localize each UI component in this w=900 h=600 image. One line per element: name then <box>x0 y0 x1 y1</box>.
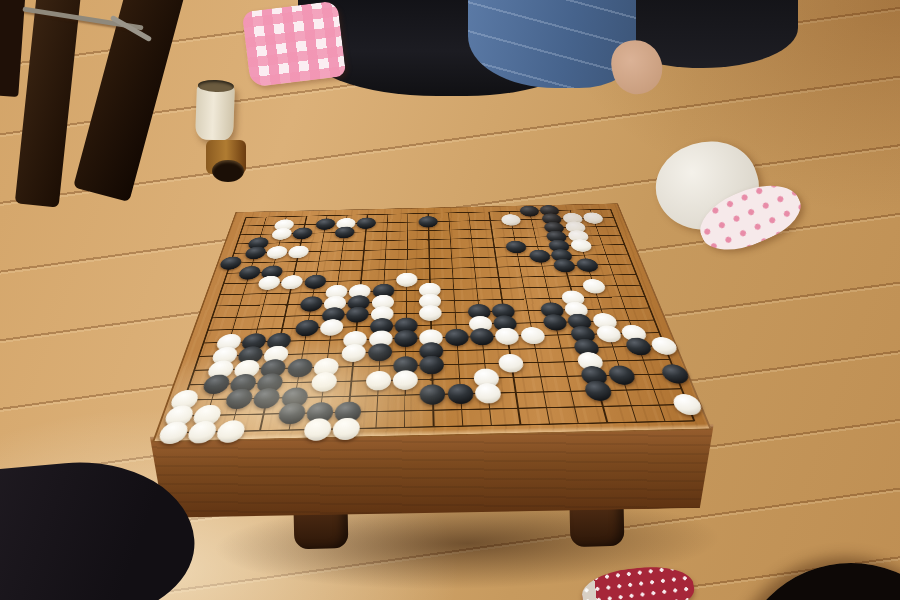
black-stone <box>292 227 314 239</box>
white-stone <box>287 245 310 258</box>
black-stone <box>224 389 255 410</box>
black-stone <box>447 384 474 405</box>
white-stone <box>271 228 293 240</box>
white-stone <box>341 344 367 362</box>
black-stone <box>419 216 438 228</box>
white-stone <box>265 246 288 259</box>
black-stone <box>505 241 527 254</box>
white-stone <box>520 327 547 344</box>
star-point <box>427 239 431 241</box>
white-stone <box>393 370 418 390</box>
black-stone <box>252 388 282 409</box>
white-stone <box>280 275 304 289</box>
white-stone <box>581 279 607 294</box>
white-stone <box>185 421 218 444</box>
white-stone <box>671 394 705 416</box>
black-stone <box>420 384 446 405</box>
white-stone <box>396 272 417 286</box>
white-stone <box>365 371 391 391</box>
black-stone <box>660 364 692 384</box>
black-stone <box>394 330 418 348</box>
white-stone <box>215 420 247 443</box>
white-stone <box>569 239 593 252</box>
black-stone <box>303 275 327 289</box>
white-stone <box>495 327 521 344</box>
white-stone <box>475 383 503 404</box>
star-point <box>285 303 290 305</box>
black-stone <box>244 246 268 259</box>
black-stone <box>445 329 469 346</box>
black-stone <box>294 320 320 337</box>
white-stone <box>319 319 344 336</box>
black-stone <box>346 307 370 323</box>
white-stone <box>257 276 282 290</box>
star-point <box>299 242 303 244</box>
white-stone <box>310 372 338 392</box>
black-stone <box>606 365 637 385</box>
black-stone <box>286 358 314 377</box>
black-stone <box>357 217 377 229</box>
white-stone <box>420 305 443 321</box>
white-stone <box>332 418 361 441</box>
white-stone <box>595 325 624 342</box>
black-stone <box>583 380 614 401</box>
black-stone <box>367 343 392 361</box>
white-stone <box>649 337 680 355</box>
black-stone <box>201 374 232 394</box>
black-stone <box>334 226 355 238</box>
black-stone <box>528 249 551 262</box>
white-stone <box>303 418 333 441</box>
black-stone <box>299 296 324 312</box>
photo-scene <box>0 0 900 600</box>
white-stone <box>500 214 521 226</box>
white-stone <box>156 421 190 444</box>
black-stone <box>542 314 569 331</box>
go-board-grid <box>152 203 712 442</box>
black-stone <box>553 259 577 273</box>
star-point <box>430 378 435 381</box>
black-stone <box>575 258 600 272</box>
white-stone <box>582 212 605 224</box>
black-stone <box>315 218 336 230</box>
black-stone <box>420 356 445 375</box>
black-stone <box>624 337 654 355</box>
black-stone <box>470 328 495 345</box>
black-stone <box>519 205 540 216</box>
black-stone <box>277 403 307 425</box>
black-stone <box>237 266 262 280</box>
black-stone <box>218 256 243 269</box>
white-stone <box>498 354 525 373</box>
